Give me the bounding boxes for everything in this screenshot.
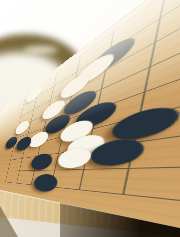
grid-cell (80, 169, 130, 195)
go-board-photo: ●●●●●●●●●●●●●●●●●●● (0, 0, 180, 237)
grid-cell (124, 167, 180, 203)
